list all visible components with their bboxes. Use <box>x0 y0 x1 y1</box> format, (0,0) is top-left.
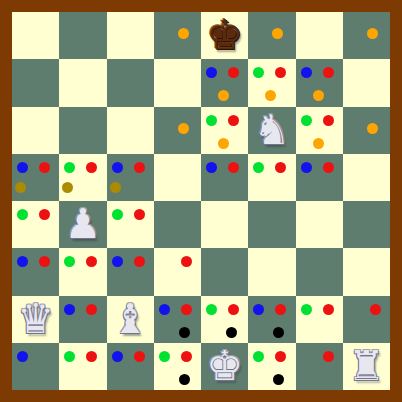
square-a4[interactable] <box>12 201 59 248</box>
square-c6[interactable] <box>107 107 154 154</box>
marker-dot-red <box>134 209 145 220</box>
square-g2[interactable] <box>296 296 343 343</box>
marker-dot-orange <box>367 28 378 39</box>
marker-dot-green <box>159 351 170 362</box>
square-f6[interactable]: ♞ <box>248 107 295 154</box>
marker-dot-red <box>228 162 239 173</box>
marker-dot-blue <box>17 162 28 173</box>
square-c7[interactable] <box>107 59 154 106</box>
square-a8[interactable] <box>12 12 59 59</box>
marker-dot-orange <box>313 138 324 149</box>
marker-dot-orange <box>218 138 229 149</box>
square-b8[interactable] <box>59 12 106 59</box>
marker-dot-red <box>323 67 334 78</box>
piece-white-bishop[interactable]: ♝ <box>107 296 154 343</box>
square-d3[interactable] <box>154 248 201 295</box>
marker-dot-orange <box>265 90 276 101</box>
square-e3[interactable] <box>201 248 248 295</box>
marker-dot-green <box>206 115 217 126</box>
marker-dot-blue <box>112 351 123 362</box>
square-f1[interactable] <box>248 343 295 390</box>
square-d6[interactable] <box>154 107 201 154</box>
square-c5[interactable] <box>107 154 154 201</box>
square-e8[interactable]: ♚ <box>201 12 248 59</box>
square-c8[interactable] <box>107 12 154 59</box>
marker-dot-red <box>323 304 334 315</box>
square-f3[interactable] <box>248 248 295 295</box>
square-e5[interactable] <box>201 154 248 201</box>
square-b1[interactable] <box>59 343 106 390</box>
marker-dot-blue <box>206 67 217 78</box>
marker-dot-blue <box>17 351 28 362</box>
marker-dot-red <box>228 115 239 126</box>
marker-dot-red <box>86 351 97 362</box>
square-a6[interactable] <box>12 107 59 154</box>
square-d7[interactable] <box>154 59 201 106</box>
square-b4[interactable]: ♟ <box>59 201 106 248</box>
marker-dot-red <box>134 162 145 173</box>
marker-dot-blue <box>17 256 28 267</box>
marker-dot-green <box>206 304 217 315</box>
marker-dot-green <box>17 209 28 220</box>
marker-dot-red <box>228 67 239 78</box>
square-g5[interactable] <box>296 154 343 201</box>
square-g8[interactable] <box>296 12 343 59</box>
square-e6[interactable] <box>201 107 248 154</box>
marker-dot-blue <box>64 304 75 315</box>
piece-white-rook[interactable]: ♜ <box>343 343 390 390</box>
marker-dot-red <box>181 256 192 267</box>
marker-dot-red <box>181 351 192 362</box>
square-g3[interactable] <box>296 248 343 295</box>
square-b3[interactable] <box>59 248 106 295</box>
marker-dot-red <box>86 162 97 173</box>
square-h8[interactable] <box>343 12 390 59</box>
square-d4[interactable] <box>154 201 201 248</box>
marker-dot-orange <box>272 28 283 39</box>
square-e7[interactable] <box>201 59 248 106</box>
marker-dot-orange <box>367 123 378 134</box>
marker-dot-olive <box>15 182 26 193</box>
marker-dot-black <box>226 327 237 338</box>
marker-dot-red <box>323 115 334 126</box>
marker-dot-black <box>273 327 284 338</box>
marker-dot-orange <box>218 90 229 101</box>
marker-dot-red <box>39 162 50 173</box>
square-f5[interactable] <box>248 154 295 201</box>
marker-dot-blue <box>206 162 217 173</box>
marker-dot-blue <box>112 256 123 267</box>
square-f2[interactable] <box>248 296 295 343</box>
square-b2[interactable] <box>59 296 106 343</box>
marker-dot-blue <box>301 67 312 78</box>
piece-black-king[interactable]: ♚ <box>201 12 248 59</box>
board-frame: ♚♞♟♛♝♚♜ <box>0 0 402 402</box>
square-a7[interactable] <box>12 59 59 106</box>
square-e4[interactable] <box>201 201 248 248</box>
square-h7[interactable] <box>343 59 390 106</box>
marker-dot-black <box>179 374 190 385</box>
chess-board: ♚♞♟♛♝♚♜ <box>12 12 390 390</box>
marker-dot-blue <box>159 304 170 315</box>
square-e1[interactable]: ♚ <box>201 343 248 390</box>
square-h3[interactable] <box>343 248 390 295</box>
marker-dot-green <box>64 351 75 362</box>
marker-dot-red <box>275 162 286 173</box>
piece-white-knight[interactable]: ♞ <box>248 107 295 154</box>
marker-dot-green <box>64 162 75 173</box>
piece-white-pawn[interactable]: ♟ <box>59 201 106 248</box>
square-e2[interactable] <box>201 296 248 343</box>
square-b5[interactable] <box>59 154 106 201</box>
marker-dot-red <box>228 304 239 315</box>
marker-dot-orange <box>178 28 189 39</box>
square-g6[interactable] <box>296 107 343 154</box>
marker-dot-red <box>370 304 381 315</box>
square-a2[interactable]: ♛ <box>12 296 59 343</box>
marker-dot-red <box>275 304 286 315</box>
square-c3[interactable] <box>107 248 154 295</box>
marker-dot-red <box>275 351 286 362</box>
square-b7[interactable] <box>59 59 106 106</box>
square-d8[interactable] <box>154 12 201 59</box>
marker-dot-green <box>64 256 75 267</box>
square-a3[interactable] <box>12 248 59 295</box>
marker-dot-red <box>39 256 50 267</box>
marker-dot-red <box>86 256 97 267</box>
marker-dot-black <box>179 327 190 338</box>
square-f4[interactable] <box>248 201 295 248</box>
square-a1[interactable] <box>12 343 59 390</box>
square-h2[interactable] <box>343 296 390 343</box>
square-d1[interactable] <box>154 343 201 390</box>
marker-dot-red <box>323 162 334 173</box>
square-a5[interactable] <box>12 154 59 201</box>
square-g1[interactable] <box>296 343 343 390</box>
marker-dot-green <box>253 162 264 173</box>
square-g7[interactable] <box>296 59 343 106</box>
marker-dot-green <box>112 209 123 220</box>
square-b6[interactable] <box>59 107 106 154</box>
marker-dot-green <box>253 351 264 362</box>
marker-dot-red <box>134 256 145 267</box>
marker-dot-green <box>301 304 312 315</box>
marker-dot-red <box>86 304 97 315</box>
square-g4[interactable] <box>296 201 343 248</box>
square-h4[interactable] <box>343 201 390 248</box>
marker-dot-red <box>134 351 145 362</box>
marker-dot-orange <box>313 90 324 101</box>
square-h1[interactable]: ♜ <box>343 343 390 390</box>
square-h6[interactable] <box>343 107 390 154</box>
marker-dot-red <box>181 304 192 315</box>
piece-white-king[interactable]: ♚ <box>201 343 248 390</box>
square-f7[interactable] <box>248 59 295 106</box>
marker-dot-red <box>275 67 286 78</box>
marker-dot-blue <box>301 162 312 173</box>
marker-dot-orange <box>178 123 189 134</box>
square-c1[interactable] <box>107 343 154 390</box>
marker-dot-olive <box>62 182 73 193</box>
marker-dot-green <box>301 115 312 126</box>
piece-white-queen[interactable]: ♛ <box>12 296 59 343</box>
square-d5[interactable] <box>154 154 201 201</box>
square-c2[interactable]: ♝ <box>107 296 154 343</box>
marker-dot-blue <box>253 304 264 315</box>
marker-dot-olive <box>110 182 121 193</box>
marker-dot-red <box>39 209 50 220</box>
square-h5[interactable] <box>343 154 390 201</box>
marker-dot-red <box>323 351 334 362</box>
marker-dot-blue <box>112 162 123 173</box>
square-c4[interactable] <box>107 201 154 248</box>
square-d2[interactable] <box>154 296 201 343</box>
marker-dot-green <box>253 67 264 78</box>
marker-dot-black <box>273 374 284 385</box>
square-f8[interactable] <box>248 12 295 59</box>
